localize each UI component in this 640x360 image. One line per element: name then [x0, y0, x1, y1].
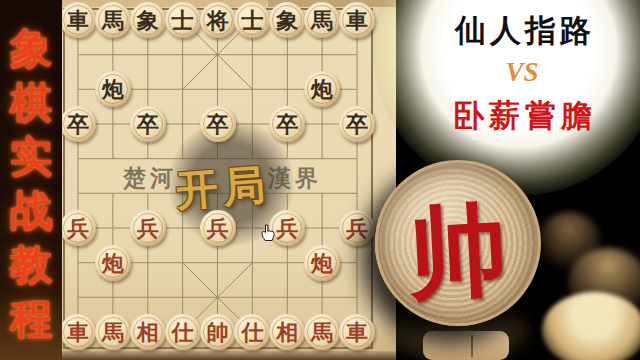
piece-red-soldier[interactable]: 兵	[339, 210, 375, 246]
piece-red-elephant[interactable]: 相	[130, 314, 166, 350]
piece-red-cannon[interactable]: 炮	[304, 245, 340, 281]
banner-char: 战	[10, 184, 52, 238]
piece-stand	[423, 331, 509, 360]
piece-black-soldier[interactable]: 卒	[130, 106, 166, 142]
piece-black-soldier[interactable]: 卒	[339, 106, 375, 142]
banner-char: 象	[10, 22, 52, 76]
piece-black-horse[interactable]: 馬	[304, 2, 340, 38]
piece-red-general[interactable]: 帥	[200, 314, 236, 350]
piece-black-advisor[interactable]: 士	[165, 2, 201, 38]
blurred-bowl-icon	[542, 292, 640, 360]
piece-red-cannon[interactable]: 炮	[95, 245, 131, 281]
video-thumbnail: 象棋实战教程 楚河 漢界 开局 車馬象士将士象馬車炮炮卒卒卒卒卒兵兵兵兵兵炮炮車…	[0, 0, 640, 360]
piece-black-soldier[interactable]: 卒	[60, 106, 96, 142]
piece-red-horse[interactable]: 馬	[95, 314, 131, 350]
panel-text-block: 仙人指路 VS 卧薪嘗膽	[396, 10, 640, 137]
piece-black-rook[interactable]: 車	[60, 2, 96, 38]
piece-red-advisor[interactable]: 仕	[165, 314, 201, 350]
piece-red-rook[interactable]: 車	[60, 314, 96, 350]
banner-vertical-text: 象棋实战教程	[0, 22, 62, 346]
left-banner-strip: 象棋实战教程	[0, 0, 62, 360]
banner-char: 教	[10, 238, 52, 292]
piece-red-soldier[interactable]: 兵	[200, 210, 236, 246]
piece-black-general[interactable]: 将	[200, 2, 236, 38]
piece-black-elephant[interactable]: 象	[130, 2, 166, 38]
banner-char: 程	[10, 292, 52, 346]
xiangqi-board: 楚河 漢界 开局 車馬象士将士象馬車炮炮卒卒卒卒卒兵兵兵兵兵炮炮車馬相仕帥仕相馬…	[62, 0, 400, 360]
banner-char: 棋	[10, 76, 52, 130]
piece-red-soldier[interactable]: 兵	[130, 210, 166, 246]
banner-char: 实	[10, 130, 52, 184]
piece-red-rook[interactable]: 車	[339, 314, 375, 350]
piece-red-horse[interactable]: 馬	[304, 314, 340, 350]
piece-black-horse[interactable]: 馬	[95, 2, 131, 38]
piece-black-rook[interactable]: 車	[339, 2, 375, 38]
piece-red-soldier[interactable]: 兵	[60, 210, 96, 246]
vs-label: VS	[400, 57, 640, 88]
piece-black-soldier[interactable]: 卒	[200, 106, 236, 142]
right-panel: 帅 仙人指路 VS 卧薪嘗膽	[396, 0, 640, 360]
opening-name-red: 卧薪嘗膽	[403, 95, 640, 137]
hand-pointer-cursor-icon	[260, 224, 276, 246]
shuai-character: 帅	[372, 182, 545, 326]
opening-name-black: 仙人指路	[403, 10, 640, 52]
piece-black-cannon[interactable]: 炮	[95, 71, 131, 107]
photo-shuai-piece: 帅	[375, 160, 541, 326]
